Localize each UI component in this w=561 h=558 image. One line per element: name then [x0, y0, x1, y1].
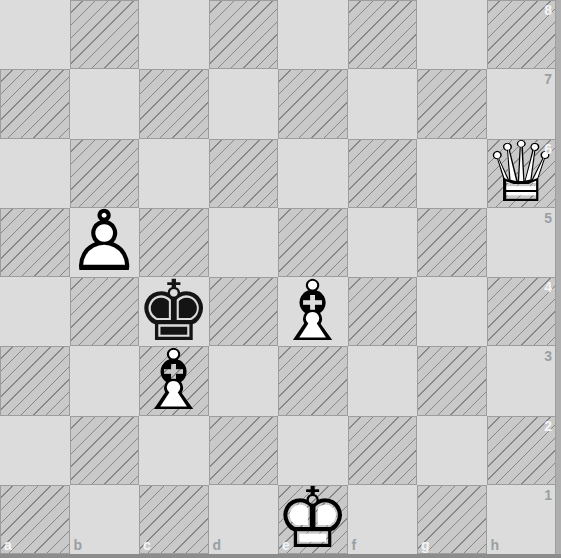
- square-b7[interactable]: [70, 69, 140, 138]
- square-b3[interactable]: [70, 346, 140, 415]
- square-f3[interactable]: [348, 346, 418, 415]
- rank-label-2: 2: [544, 419, 552, 433]
- file-label-f: f: [352, 538, 357, 552]
- square-b5[interactable]: ♟♙: [70, 208, 140, 277]
- black-king-glyph-fill: ♚: [136, 269, 211, 353]
- file-label-d: d: [213, 538, 222, 552]
- file-label-e: e: [282, 538, 290, 552]
- square-a8[interactable]: [0, 0, 70, 69]
- file-label-g: g: [421, 538, 430, 552]
- white-bishop-piece[interactable]: ♝♗: [139, 346, 209, 415]
- square-f7[interactable]: [348, 69, 418, 138]
- square-d4[interactable]: [209, 277, 279, 346]
- square-g6[interactable]: [417, 139, 487, 208]
- square-a1[interactable]: a: [0, 485, 70, 554]
- white-bishop-glyph-outline: ♗: [275, 269, 350, 353]
- rank-label-1: 1: [544, 488, 552, 502]
- square-c4[interactable]: ♚: [139, 277, 209, 346]
- black-king-piece[interactable]: ♚: [139, 277, 209, 346]
- square-g2[interactable]: [417, 416, 487, 485]
- square-e8[interactable]: [278, 0, 348, 69]
- square-d5[interactable]: [209, 208, 279, 277]
- chess-board-diagram: 876♛♕♟♙5♚♝♗4♝♗32abcde♚♔fg1h: [0, 0, 561, 558]
- board-bottom-gutter: [0, 554, 561, 558]
- square-c3[interactable]: ♝♗: [139, 346, 209, 415]
- square-f8[interactable]: [348, 0, 418, 69]
- white-pawn-glyph-outline: ♙: [67, 200, 142, 284]
- rank-label-5: 5: [544, 211, 552, 225]
- square-d3[interactable]: [209, 346, 279, 415]
- square-a7[interactable]: [0, 69, 70, 138]
- square-a3[interactable]: [0, 346, 70, 415]
- square-a5[interactable]: [0, 208, 70, 277]
- rank-label-4: 4: [544, 280, 552, 294]
- square-f4[interactable]: [348, 277, 418, 346]
- board-right-gutter: [555, 0, 561, 554]
- square-h4[interactable]: 4: [487, 277, 557, 346]
- rank-label-3: 3: [544, 349, 552, 363]
- square-e4[interactable]: ♝♗: [278, 277, 348, 346]
- square-f6[interactable]: [348, 139, 418, 208]
- square-d1[interactable]: d: [209, 485, 279, 554]
- square-g7[interactable]: [417, 69, 487, 138]
- square-a6[interactable]: [0, 139, 70, 208]
- square-d7[interactable]: [209, 69, 279, 138]
- rank-label-8: 8: [544, 3, 552, 17]
- file-label-a: a: [4, 538, 12, 552]
- square-e2[interactable]: [278, 416, 348, 485]
- square-f1[interactable]: f: [348, 485, 418, 554]
- square-e3[interactable]: [278, 346, 348, 415]
- square-c2[interactable]: [139, 416, 209, 485]
- square-e1[interactable]: e♚♔: [278, 485, 348, 554]
- square-c8[interactable]: [139, 0, 209, 69]
- square-f5[interactable]: [348, 208, 418, 277]
- square-c1[interactable]: c: [139, 485, 209, 554]
- square-h5[interactable]: 5: [487, 208, 557, 277]
- chess-board: 876♛♕♟♙5♚♝♗4♝♗32abcde♚♔fg1h: [0, 0, 556, 554]
- square-c7[interactable]: [139, 69, 209, 138]
- rank-label-6: 6: [544, 142, 552, 156]
- square-b8[interactable]: [70, 0, 140, 69]
- file-label-c: c: [143, 538, 151, 552]
- square-b6[interactable]: [70, 139, 140, 208]
- square-c5[interactable]: [139, 208, 209, 277]
- white-bishop-glyph-fill: ♝: [136, 338, 211, 422]
- white-pawn-piece[interactable]: ♟♙: [70, 208, 140, 277]
- file-label-h: h: [491, 538, 500, 552]
- square-g4[interactable]: [417, 277, 487, 346]
- square-b4[interactable]: [70, 277, 140, 346]
- white-bishop-piece[interactable]: ♝♗: [278, 277, 348, 346]
- square-e6[interactable]: [278, 139, 348, 208]
- square-g3[interactable]: [417, 346, 487, 415]
- square-b1[interactable]: b: [70, 485, 140, 554]
- square-f2[interactable]: [348, 416, 418, 485]
- square-h7[interactable]: 7: [487, 69, 557, 138]
- square-b2[interactable]: [70, 416, 140, 485]
- square-d6[interactable]: [209, 139, 279, 208]
- square-d8[interactable]: [209, 0, 279, 69]
- square-a2[interactable]: [0, 416, 70, 485]
- square-h8[interactable]: 8: [487, 0, 557, 69]
- square-g1[interactable]: g: [417, 485, 487, 554]
- square-a4[interactable]: [0, 277, 70, 346]
- square-h1[interactable]: 1h: [487, 485, 557, 554]
- white-pawn-glyph-fill: ♟: [67, 200, 142, 284]
- square-h3[interactable]: 3: [487, 346, 557, 415]
- square-g8[interactable]: [417, 0, 487, 69]
- square-e7[interactable]: [278, 69, 348, 138]
- square-h2[interactable]: 2: [487, 416, 557, 485]
- file-label-b: b: [74, 538, 83, 552]
- square-c6[interactable]: [139, 139, 209, 208]
- white-bishop-glyph-outline: ♗: [136, 338, 211, 422]
- square-g5[interactable]: [417, 208, 487, 277]
- white-bishop-glyph-fill: ♝: [275, 269, 350, 353]
- square-d2[interactable]: [209, 416, 279, 485]
- square-h6[interactable]: 6♛♕: [487, 139, 557, 208]
- rank-label-7: 7: [544, 72, 552, 86]
- square-e5[interactable]: [278, 208, 348, 277]
